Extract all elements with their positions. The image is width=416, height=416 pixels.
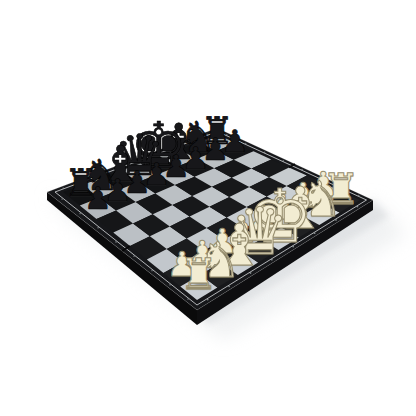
chess-set-product-photo: ♜♞♟♝♟♚♟♛♟♝♟♞♟♟♜♟♜♟♟♞♟♝♟♚♟♛♟♟♝♟♞♜ (0, 0, 416, 416)
piece-black-pawn-a7[interactable]: ♟ (84, 183, 112, 214)
piece-white-rook-a1[interactable]: ♜ (180, 253, 218, 296)
